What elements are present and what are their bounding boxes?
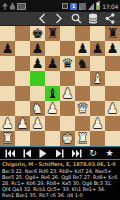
square-b2[interactable]: ♟ [15, 116, 30, 131]
notation-panel[interactable]: Chigorin, M - Schiffers, E, 1878.03.06, … [0, 160, 120, 200]
square-b4[interactable] [15, 86, 30, 101]
square-b6[interactable] [15, 56, 30, 71]
share-icon [105, 13, 115, 24]
square-a7[interactable]: ♟ [0, 41, 15, 56]
skip-to-end-icon [72, 149, 82, 158]
square-b3[interactable] [15, 101, 30, 116]
square-f3[interactable]: ♛ [75, 101, 90, 116]
square-b8[interactable] [15, 26, 30, 41]
star-icon: ★ [106, 147, 114, 159]
previous-game-button[interactable] [36, 13, 48, 25]
chevron-right-icon [55, 13, 63, 24]
square-e7[interactable] [60, 41, 75, 56]
square-g1[interactable] [90, 131, 105, 146]
piece-black-rook: ♜ [106, 26, 118, 41]
square-f7[interactable]: ♟ [75, 41, 90, 56]
square-b1[interactable] [15, 131, 30, 146]
square-d6[interactable]: ♟ [45, 56, 60, 71]
square-e6[interactable]: ♛ [60, 56, 75, 71]
square-f2[interactable] [75, 116, 90, 131]
square-a6[interactable] [0, 56, 15, 71]
piece-black-king: ♚ [31, 26, 43, 41]
next-game-button[interactable] [53, 13, 65, 25]
square-c2[interactable]: ♟ [30, 116, 45, 131]
sync-icon [62, 3, 68, 9]
square-d7[interactable] [45, 41, 60, 56]
square-e2[interactable] [60, 116, 75, 131]
piece-white-pawn: ♟ [61, 86, 73, 101]
square-f5[interactable] [75, 71, 90, 86]
piece-white-rook: ♜ [1, 131, 13, 146]
status-bar: 1 17:04 [0, 0, 120, 12]
piece-white-pawn: ♟ [46, 101, 58, 116]
media-controls-bar: ↻ ★ [0, 146, 120, 160]
square-c8[interactable]: ♚ [30, 26, 45, 41]
rotate-icon: ↻ [89, 147, 97, 159]
square-h3[interactable]: ♟ [105, 101, 120, 116]
share-button[interactable] [104, 13, 116, 25]
square-d5[interactable] [45, 71, 60, 86]
media-icon [79, 3, 86, 10]
square-c5[interactable] [30, 71, 45, 86]
square-f4[interactable] [75, 86, 90, 101]
piece-black-pawn: ♟ [91, 41, 103, 56]
square-h7[interactable]: ♟ [105, 41, 120, 56]
piece-white-pawn: ♟ [106, 101, 118, 116]
piece-white-rook: ♜ [76, 131, 88, 146]
square-b7[interactable] [15, 41, 30, 56]
square-b5[interactable] [15, 71, 30, 86]
piece-black-bishop: ♝ [46, 86, 58, 101]
piece-black-pawn: ♟ [1, 41, 13, 56]
square-c4[interactable] [30, 86, 45, 101]
person-icon [10, 3, 15, 10]
chevron-left-icon [38, 13, 46, 24]
square-a3[interactable] [0, 101, 15, 116]
piece-black-pawn: ♟ [46, 56, 58, 71]
square-c1[interactable] [30, 131, 45, 146]
database-icon [88, 13, 98, 24]
square-g8[interactable] [90, 26, 105, 41]
piece-black-knight: ♞ [76, 56, 88, 71]
piece-white-queen: ♛ [76, 101, 88, 116]
piece-white-bishop: ♝ [91, 71, 103, 86]
game-header: Chigorin, M - Schiffers, E, 1878.03.06, … [2, 161, 118, 168]
square-e4[interactable]: ♟ [60, 86, 75, 101]
square-g6[interactable] [90, 56, 105, 71]
square-h1[interactable] [105, 131, 120, 146]
search-icon [71, 13, 82, 24]
piece-black-pawn: ♟ [31, 56, 43, 71]
action-bar [0, 12, 120, 26]
square-a1[interactable]: ♜ [0, 131, 15, 146]
square-a8[interactable] [0, 26, 15, 41]
piece-white-knight: ♞ [31, 101, 43, 116]
square-d2[interactable] [45, 116, 60, 131]
piece-black-pawn: ♟ [76, 41, 88, 56]
square-e3[interactable] [60, 101, 75, 116]
favorite-button[interactable]: ★ [104, 147, 116, 159]
square-d1[interactable] [45, 131, 60, 146]
square-g5[interactable]: ♝ [90, 71, 105, 86]
piece-white-king: ♚ [61, 131, 73, 146]
square-c3[interactable]: ♞ [30, 101, 45, 116]
chess-app-window: 1 17:04 [0, 0, 120, 200]
square-g4[interactable] [90, 86, 105, 101]
square-c7[interactable]: ♟ [30, 41, 45, 56]
square-d4[interactable]: ♝ [45, 86, 60, 101]
status-bar-right: 1 17:04 [62, 2, 118, 10]
rewind-button[interactable] [21, 147, 33, 159]
fast-forward-icon [56, 149, 64, 158]
play-button[interactable] [37, 147, 49, 159]
status-clock: 17:04 [102, 3, 118, 10]
square-a4[interactable] [0, 86, 15, 101]
battery-icon [96, 2, 100, 10]
square-e8[interactable] [60, 26, 75, 41]
square-c6[interactable]: ♟ [30, 56, 45, 71]
piece-white-pawn: ♟ [91, 116, 103, 131]
piece-white-pawn: ♟ [31, 116, 43, 131]
rewind-icon [23, 149, 31, 158]
tree-icon [2, 3, 8, 10]
fast-forward-button[interactable] [54, 147, 66, 159]
gallery-icon [17, 3, 26, 10]
piece-white-pawn: ♟ [1, 116, 13, 131]
square-e1[interactable]: ♚ [60, 131, 75, 146]
last-move-button[interactable] [71, 147, 83, 159]
piece-black-queen: ♛ [61, 56, 73, 71]
piece-black-pawn: ♟ [31, 41, 43, 56]
square-a5[interactable] [0, 71, 15, 86]
square-h4[interactable] [105, 86, 120, 101]
square-e5[interactable] [60, 71, 75, 86]
piece-black-rook: ♜ [46, 26, 58, 41]
square-h6[interactable] [105, 56, 120, 71]
square-f6[interactable]: ♞ [75, 56, 90, 71]
skip-to-start-icon [5, 149, 15, 158]
database-button[interactable] [87, 13, 99, 25]
square-h8[interactable]: ♜ [105, 26, 120, 41]
square-f8[interactable] [75, 26, 90, 41]
moves-text[interactable]: Bxc3 22. Nxc6 Rd6 23. Rb8+ Kd7 24. Nxe5+… [2, 168, 118, 198]
square-h5[interactable] [105, 71, 120, 86]
flip-board-button[interactable]: ↻ [87, 147, 99, 159]
square-d3[interactable]: ♟ [45, 101, 60, 116]
piece-black-pawn: ♟ [106, 41, 118, 56]
square-g2[interactable]: ♟ [90, 116, 105, 131]
play-icon [39, 149, 47, 158]
square-a2[interactable]: ♟ [0, 116, 15, 131]
notification-badge: 1 [70, 3, 77, 10]
square-f1[interactable]: ♜ [75, 131, 90, 146]
square-d8[interactable]: ♜ [45, 26, 60, 41]
first-move-button[interactable] [4, 147, 16, 159]
square-h2[interactable] [105, 116, 120, 131]
square-g3[interactable] [90, 101, 105, 116]
piece-white-pawn: ♟ [16, 116, 28, 131]
search-button[interactable] [70, 13, 82, 25]
signal-icon [88, 3, 94, 10]
chess-board: ♚♜♜♟♟♟♟♟♟♟♛♞♝♝♟♞♟♛♟♟♟♟♟♜♚♜ [0, 26, 120, 146]
square-g7[interactable]: ♟ [90, 41, 105, 56]
